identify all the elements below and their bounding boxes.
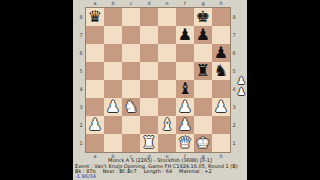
square-a6[interactable] xyxy=(86,44,104,62)
file-label-a: a xyxy=(86,0,104,7)
stat-material: Material : +2 xyxy=(179,168,212,174)
square-f1[interactable]: ♛ xyxy=(176,134,194,152)
square-f5[interactable] xyxy=(176,62,194,80)
square-d6[interactable] xyxy=(140,44,158,62)
square-c3[interactable]: ♞ xyxy=(122,98,140,116)
rank-label-8: 8 xyxy=(231,8,237,26)
square-f8[interactable] xyxy=(176,8,194,26)
file-label-b: b xyxy=(104,0,122,7)
rank-label-7: 7 xyxy=(231,26,237,44)
piece-white-rook: ♜ xyxy=(140,133,158,151)
eval-line: -1.96/34 xyxy=(75,174,96,179)
square-d8[interactable] xyxy=(140,8,158,26)
square-c7[interactable] xyxy=(122,26,140,44)
square-e6[interactable] xyxy=(158,44,176,62)
square-a2[interactable]: ♟ xyxy=(86,116,104,134)
square-b1[interactable] xyxy=(104,134,122,152)
square-e3[interactable] xyxy=(158,98,176,116)
square-c2[interactable] xyxy=(122,116,140,134)
rank-label-6: 6 xyxy=(231,44,237,62)
square-g2[interactable] xyxy=(194,116,212,134)
piece-black-bishop: ♝ xyxy=(176,79,194,97)
square-a7[interactable] xyxy=(86,26,104,44)
rank-label-1: 1 xyxy=(78,134,84,152)
piece-black-pawn: ♟ xyxy=(194,25,212,43)
square-f3[interactable]: ♟ xyxy=(176,98,194,116)
material-pawn-icon: ♟ xyxy=(237,75,246,86)
rank-label-3: 3 xyxy=(78,98,84,116)
piece-white-king: ♚ xyxy=(194,133,212,151)
piece-white-bishop: ♝ xyxy=(158,115,176,133)
piece-white-knight: ♞ xyxy=(122,97,140,115)
video-frame: abcdefgh 87654321 87654321 ♛♚♟♟♟♜♞♝♟♞♟♟♟… xyxy=(0,0,320,180)
piece-white-pawn: ♟ xyxy=(104,97,122,115)
stat-length: Length : 64 xyxy=(144,168,172,174)
square-b6[interactable] xyxy=(104,44,122,62)
square-g1[interactable]: ♚ xyxy=(194,134,212,152)
square-f4[interactable]: ♝ xyxy=(176,80,194,98)
square-h6[interactable]: ♟ xyxy=(212,44,230,62)
rank-label-3: 3 xyxy=(231,98,237,116)
file-label-h: h xyxy=(212,0,230,7)
rank-label-8: 8 xyxy=(78,8,84,26)
rank-label-6: 6 xyxy=(78,44,84,62)
rank-label-2: 2 xyxy=(78,116,84,134)
square-e7[interactable] xyxy=(158,26,176,44)
square-d7[interactable] xyxy=(140,26,158,44)
square-e4[interactable] xyxy=(158,80,176,98)
square-b2[interactable] xyxy=(104,116,122,134)
square-b4[interactable] xyxy=(104,80,122,98)
rank-label-1: 1 xyxy=(231,134,237,152)
material-tray: ♟♟ xyxy=(235,75,248,97)
square-f6[interactable] xyxy=(176,44,194,62)
square-a4[interactable] xyxy=(86,80,104,98)
stats-line: Bk : 87bNext : Bf..Bc7Length : 64Materia… xyxy=(75,169,219,174)
square-h1[interactable] xyxy=(212,134,230,152)
square-c1[interactable] xyxy=(122,134,140,152)
square-d4[interactable] xyxy=(140,80,158,98)
square-g7[interactable]: ♟ xyxy=(194,26,212,44)
square-g4[interactable] xyxy=(194,80,212,98)
left-black-bar xyxy=(0,0,73,180)
piece-white-pawn: ♟ xyxy=(86,115,104,133)
square-a3[interactable] xyxy=(86,98,104,116)
piece-black-pawn: ♟ xyxy=(176,25,194,43)
file-label-g: g xyxy=(194,0,212,7)
right-black-bar xyxy=(247,0,320,180)
square-e2[interactable]: ♝ xyxy=(158,116,176,134)
square-h7[interactable] xyxy=(212,26,230,44)
square-h2[interactable] xyxy=(212,116,230,134)
square-a1[interactable] xyxy=(86,134,104,152)
square-e1[interactable] xyxy=(158,134,176,152)
square-h8[interactable] xyxy=(212,8,230,26)
file-label-e: e xyxy=(158,0,176,7)
square-c4[interactable] xyxy=(122,80,140,98)
chess-board: ♛♚♟♟♟♜♞♝♟♞♟♟♟♝♟♜♛♚ xyxy=(85,7,231,153)
square-f2[interactable]: ♟ xyxy=(176,116,194,134)
piece-white-pawn: ♟ xyxy=(212,97,230,115)
square-g5[interactable]: ♜ xyxy=(194,62,212,80)
piece-black-pawn: ♟ xyxy=(212,43,230,61)
file-label-c: c xyxy=(122,0,140,7)
square-c5[interactable] xyxy=(122,62,140,80)
square-g8[interactable]: ♚ xyxy=(194,8,212,26)
square-f7[interactable]: ♟ xyxy=(176,26,194,44)
square-b8[interactable] xyxy=(104,8,122,26)
piece-white-pawn: ♟ xyxy=(176,115,194,133)
piece-black-knight: ♞ xyxy=(212,61,230,79)
square-a8[interactable]: ♛ xyxy=(86,8,104,26)
material-pawn-icon: ♟ xyxy=(237,86,246,97)
square-b5[interactable] xyxy=(104,62,122,80)
square-b7[interactable] xyxy=(104,26,122,44)
square-b3[interactable]: ♟ xyxy=(104,98,122,116)
rank-label-4: 4 xyxy=(78,80,84,98)
square-d1[interactable]: ♜ xyxy=(140,134,158,152)
square-g3[interactable] xyxy=(194,98,212,116)
square-e8[interactable] xyxy=(158,8,176,26)
square-d5[interactable] xyxy=(140,62,158,80)
square-c6[interactable] xyxy=(122,44,140,62)
square-g6[interactable] xyxy=(194,44,212,62)
square-h4[interactable] xyxy=(212,80,230,98)
square-h5[interactable]: ♞ xyxy=(212,62,230,80)
file-label-d: d xyxy=(140,0,158,7)
rank-label-7: 7 xyxy=(78,26,84,44)
rank-label-2: 2 xyxy=(231,116,237,134)
file-label-f: f xyxy=(176,0,194,7)
piece-black-king: ♚ xyxy=(194,7,212,25)
rank-labels-left: 87654321 xyxy=(78,8,84,152)
square-e5[interactable] xyxy=(158,62,176,80)
chess-panel: abcdefgh 87654321 87654321 ♛♚♟♟♟♜♞♝♟♞♟♟♟… xyxy=(73,0,247,180)
piece-black-rook: ♜ xyxy=(194,61,212,79)
piece-white-pawn: ♟ xyxy=(176,97,194,115)
square-d2[interactable] xyxy=(140,116,158,134)
piece-black-queen: ♛ xyxy=(86,7,104,25)
file-labels-top: abcdefgh xyxy=(86,0,230,7)
square-h3[interactable]: ♟ xyxy=(212,98,230,116)
square-d3[interactable] xyxy=(140,98,158,116)
rank-label-5: 5 xyxy=(78,62,84,80)
stat-next: Next : Bf..Bc7 xyxy=(103,168,137,174)
square-a5[interactable] xyxy=(86,62,104,80)
piece-white-queen: ♛ xyxy=(176,133,194,151)
square-c8[interactable] xyxy=(122,8,140,26)
